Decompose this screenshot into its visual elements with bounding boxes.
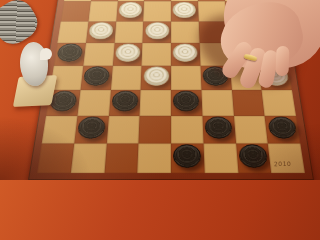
square-r5c4[interactable]: ⛀: [141, 66, 171, 90]
piece-glyph: ⛀: [94, 25, 108, 36]
black-piece[interactable]: ⛂: [111, 90, 139, 111]
piece-glyph: ⛂: [84, 120, 100, 134]
piece-glyph: ⛀: [179, 47, 192, 58]
white-piece[interactable]: ⛀: [173, 43, 198, 61]
square-r4c4[interactable]: [142, 43, 171, 66]
square-r8c2[interactable]: [71, 144, 107, 174]
square-r7c1[interactable]: [42, 116, 78, 144]
square-r5c2[interactable]: ⛂: [80, 66, 112, 90]
square-r7c2[interactable]: ⛂: [74, 116, 108, 144]
square-r4c2[interactable]: [83, 43, 114, 66]
square-r3c1[interactable]: [57, 22, 88, 43]
square-r5c3[interactable]: [111, 66, 142, 90]
square-r5c5[interactable]: [171, 66, 201, 90]
piece-glyph: ⛀: [151, 25, 164, 36]
piece-glyph: ⛂: [179, 94, 193, 107]
square-r8c7[interactable]: ⛂: [236, 144, 272, 174]
piece-glyph: ⛂: [274, 120, 290, 134]
square-r6c2[interactable]: [77, 90, 110, 116]
square-r8c3[interactable]: [104, 144, 139, 174]
white-piece[interactable]: ⛀: [145, 22, 169, 39]
square-r4c3[interactable]: ⛀: [112, 43, 142, 66]
square-r4c5[interactable]: ⛀: [171, 43, 200, 66]
square-r3c5[interactable]: [171, 22, 199, 43]
white-piece[interactable]: ⛀: [173, 2, 197, 18]
square-r8c5[interactable]: ⛂: [171, 144, 204, 174]
square-r2c1[interactable]: [61, 1, 91, 21]
piece-glyph: ⛂: [180, 148, 195, 163]
square-r2c3[interactable]: ⛀: [116, 1, 144, 21]
piece-glyph: ⛂: [63, 47, 77, 58]
piece-glyph: ⛀: [178, 5, 190, 15]
watermark-text: 2010: [274, 160, 291, 167]
piece-glyph: ⛀: [149, 70, 163, 82]
square-r6c3[interactable]: ⛂: [109, 90, 141, 116]
square-r3c3[interactable]: [114, 22, 143, 43]
square-r8c8[interactable]: [268, 144, 305, 174]
white-piece[interactable]: ⛀: [143, 66, 169, 85]
black-piece[interactable]: ⛂: [83, 66, 110, 85]
piece-glyph: ⛂: [118, 94, 132, 107]
black-piece[interactable]: ⛂: [238, 144, 268, 168]
square-r8c4[interactable]: [138, 144, 171, 174]
piece-glyph: ⛂: [90, 70, 104, 82]
square-r6c4[interactable]: [140, 90, 171, 116]
piece-glyph: ⛂: [245, 148, 261, 163]
square-r6c5[interactable]: ⛂: [171, 90, 202, 116]
square-r7c4[interactable]: [139, 116, 171, 144]
piece-glyph: ⛂: [211, 120, 226, 134]
figurine-head: [40, 48, 52, 60]
white-piece[interactable]: ⛀: [88, 22, 114, 39]
piece-glyph: ⛀: [124, 5, 137, 15]
photo-scene: { "scene": { "description": "Overhead ph…: [0, 0, 320, 180]
square-r6c8[interactable]: [262, 90, 296, 116]
square-r8c6[interactable]: [203, 144, 238, 174]
white-piece[interactable]: ⛀: [115, 43, 141, 61]
square-r2c2[interactable]: [88, 1, 117, 21]
black-piece[interactable]: ⛂: [204, 116, 233, 138]
white-piece[interactable]: ⛀: [118, 2, 142, 18]
figurine: [0, 14, 62, 110]
square-r6c7[interactable]: [231, 90, 264, 116]
square-r3c2[interactable]: ⛀: [86, 22, 116, 43]
square-r7c7[interactable]: [234, 116, 268, 144]
square-r2c4[interactable]: [143, 1, 171, 21]
square-r7c5[interactable]: [171, 116, 203, 144]
black-piece[interactable]: ⛂: [173, 90, 200, 111]
square-r3c4[interactable]: ⛀: [143, 22, 171, 43]
square-r2c5[interactable]: ⛀: [171, 1, 199, 21]
black-piece[interactable]: ⛂: [173, 144, 202, 168]
square-r6c6[interactable]: [201, 90, 233, 116]
square-r7c6[interactable]: ⛂: [202, 116, 235, 144]
piece-glyph: ⛀: [121, 47, 135, 58]
square-r7c3[interactable]: [106, 116, 139, 144]
square-r8c1[interactable]: [37, 144, 74, 174]
black-piece[interactable]: ⛂: [77, 116, 106, 138]
black-piece[interactable]: ⛂: [267, 116, 297, 138]
square-r7c8[interactable]: ⛂: [265, 116, 301, 144]
